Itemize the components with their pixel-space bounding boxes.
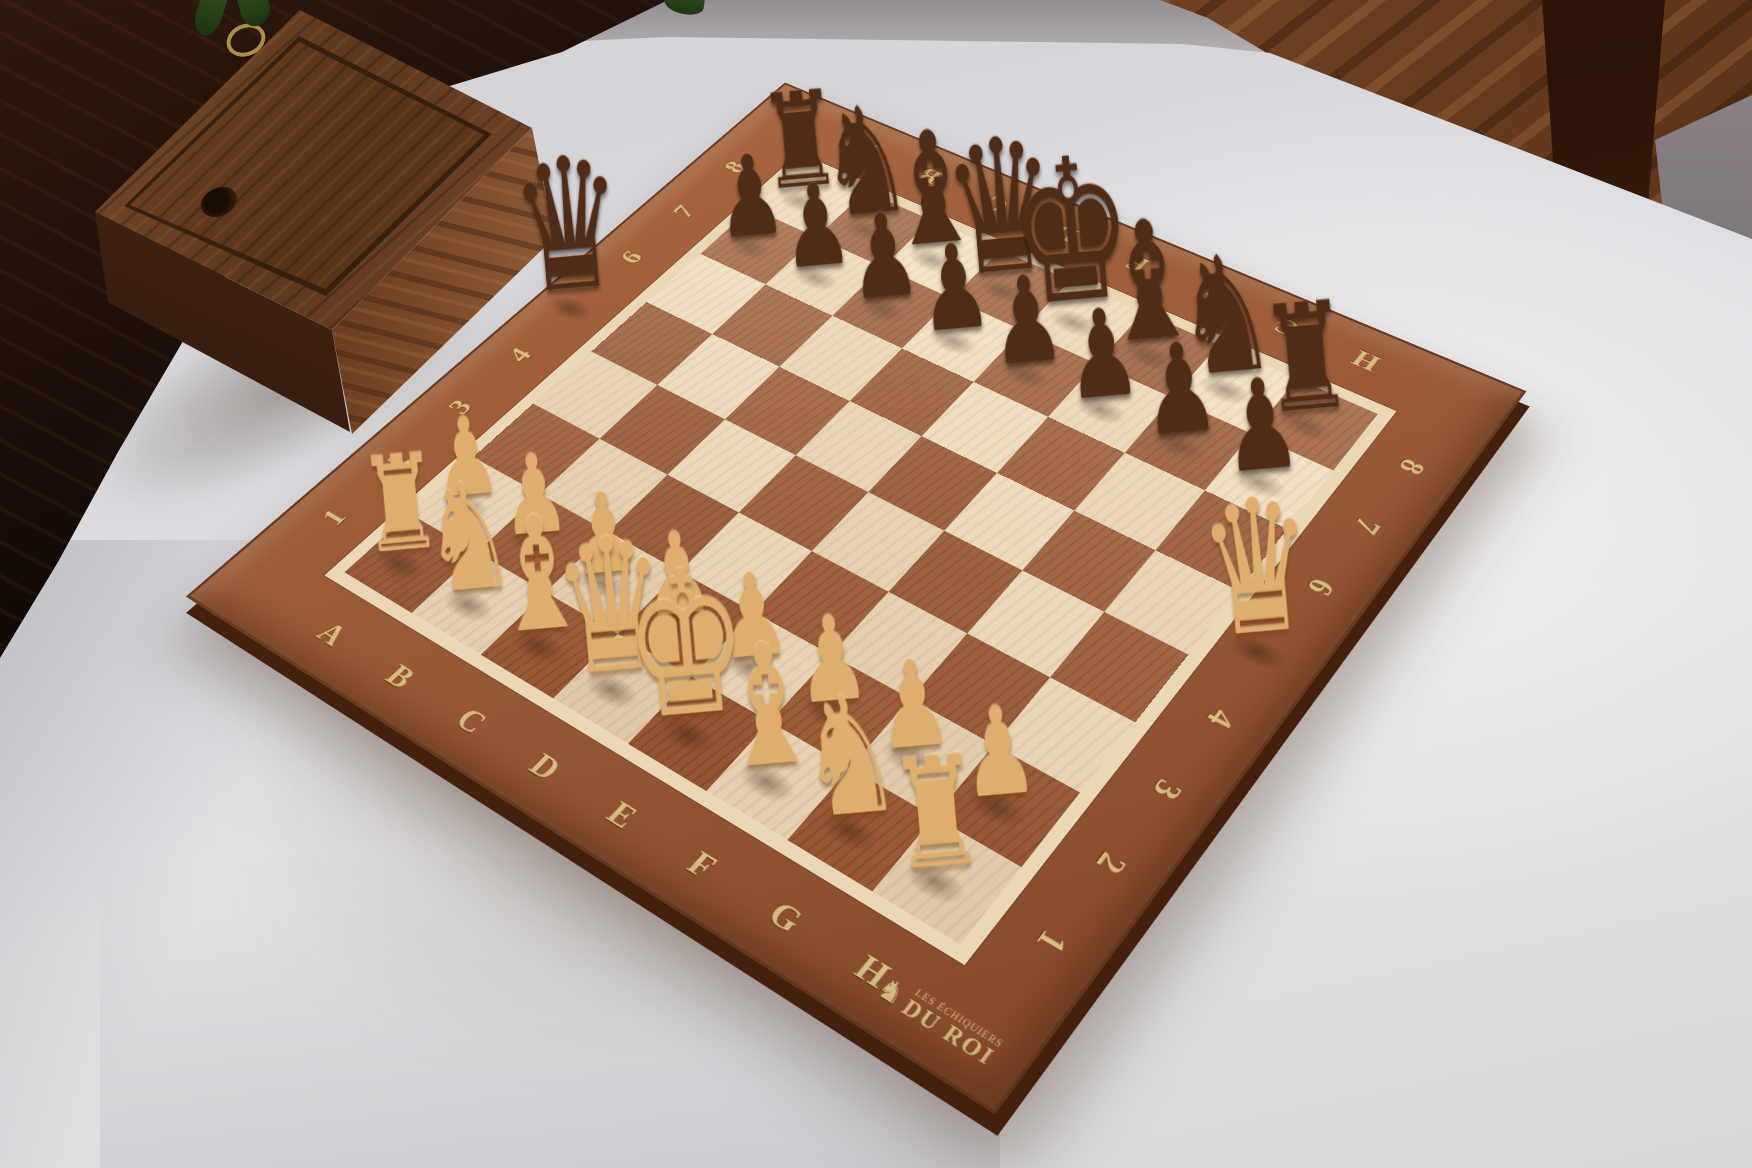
file-label-E: E	[1077, 224, 1196, 305]
piece-shadow	[911, 315, 995, 367]
square-b5[interactable]	[657, 334, 780, 420]
piece-shadow	[775, 253, 855, 302]
black-king[interactable]: ♚	[984, 127, 1159, 337]
file-label-A: A	[263, 581, 402, 688]
black-pawn[interactable]: ♟	[941, 254, 1113, 387]
rank-label-8: 8	[1347, 419, 1477, 516]
black-pawn[interactable]: ♟	[1015, 287, 1190, 422]
square-c8[interactable]: ♝	[883, 220, 1000, 298]
black-bishop[interactable]: ♝	[1060, 193, 1235, 370]
file-label-D: D	[1007, 195, 1124, 273]
square-d7[interactable]: ♟	[902, 298, 1023, 382]
square-f6[interactable]	[997, 417, 1125, 511]
square-a8[interactable]: ♜	[752, 164, 866, 237]
rank-label-4: 4	[458, 313, 582, 399]
piece-shadow	[842, 284, 924, 334]
piece-shadow	[892, 236, 973, 284]
square-a4[interactable]	[533, 351, 657, 438]
black-bishop[interactable]: ♝	[849, 105, 1016, 273]
knight-rider-icon: ♞	[871, 972, 912, 1009]
square-d5[interactable]	[795, 401, 922, 493]
board-scene: ABCDEFGH ABCDEFGH 8764321 8764321 ♜♞♝♛♚♝…	[0, 0, 1752, 1168]
square-f7[interactable]: ♟	[1048, 363, 1173, 452]
square-a7[interactable]: ♟	[700, 208, 816, 284]
square-d8[interactable]: ♛	[952, 250, 1071, 330]
square-c7[interactable]: ♟	[832, 267, 951, 348]
square-c5[interactable]	[725, 366, 850, 455]
black-pawn[interactable]: ♟	[870, 222, 1039, 352]
file-label-B: B	[873, 139, 987, 213]
chess-board[interactable]: ABCDEFGH ABCDEFGH 8764321 8764321 ♜♞♝♛♚♝…	[186, 83, 1526, 1115]
black-pawn[interactable]: ♟	[735, 163, 898, 289]
square-b6[interactable]	[712, 284, 832, 366]
piece-shadow	[1057, 382, 1145, 438]
black-extra-queen[interactable]: ♛	[483, 127, 653, 322]
rank-label-7: 7	[626, 174, 742, 250]
rank-label-8: 8	[678, 131, 792, 204]
piece-shadow	[710, 224, 789, 271]
black-knight[interactable]: ♞	[783, 82, 946, 243]
square-b8[interactable]: ♞	[816, 191, 931, 267]
file-label-F: F	[1150, 254, 1271, 337]
file-label-A: A	[809, 113, 922, 185]
black-queen[interactable]: ♛	[915, 108, 1087, 304]
square-h1[interactable]: ♜	[872, 816, 1022, 944]
piece-shadow	[825, 207, 904, 254]
piece-shadow	[960, 266, 1042, 316]
square-e8[interactable]: ♚	[1023, 280, 1143, 363]
square-d6[interactable]	[850, 348, 974, 436]
black-rook[interactable]: ♜	[720, 69, 880, 212]
brand-logo: ♞ LES ÉCHIQUIERS DU ROI	[822, 931, 1053, 1113]
square-e6[interactable]	[922, 382, 1048, 472]
piece-shadow	[1032, 298, 1116, 349]
black-pawn[interactable]: ♟	[670, 134, 831, 258]
square-b7[interactable]: ♟	[765, 237, 883, 316]
square-a5[interactable]	[591, 302, 712, 385]
square-a6[interactable]	[647, 254, 765, 334]
square-c6[interactable]	[780, 316, 902, 401]
piece-shadow	[530, 284, 610, 334]
white-rook[interactable]: ♜	[832, 730, 1041, 897]
piece-shadow	[761, 179, 839, 224]
file-label-C: C	[939, 167, 1055, 243]
white-extra-queen[interactable]: ♛	[1158, 467, 1356, 667]
black-pawn[interactable]: ♟	[801, 192, 967, 320]
square-e7[interactable]: ♟	[973, 330, 1096, 417]
rank-label-hidden	[516, 265, 637, 347]
square-b4[interactable]	[599, 385, 725, 475]
rank-label-6: 6	[572, 219, 690, 298]
board-tilt-wrapper: ABCDEFGH ABCDEFGH 8764321 8764321 ♜♞♝♛♚♝…	[0, 0, 1752, 1168]
piece-shadow	[982, 348, 1068, 402]
